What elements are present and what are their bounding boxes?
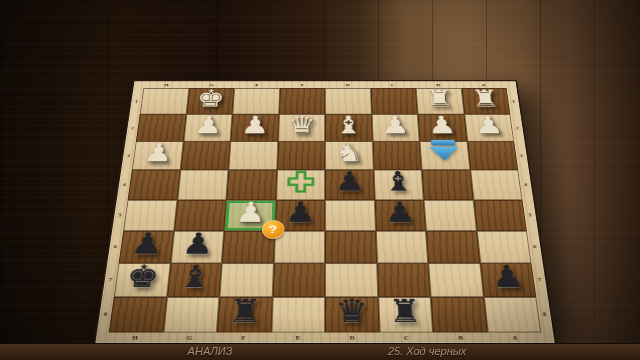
file-label-bottom-c: C	[379, 333, 434, 344]
white-pawn-g2[interactable]: ♟	[183, 112, 232, 139]
square-e3[interactable]	[277, 142, 325, 170]
square-e8[interactable]	[271, 297, 325, 333]
white-rook-a1[interactable]: ♜	[461, 86, 510, 112]
frame-corner	[541, 333, 555, 344]
square-h1[interactable]	[140, 88, 189, 114]
square-g7[interactable]: ♝	[167, 263, 222, 297]
black-pawn-h6[interactable]: ♟	[119, 228, 174, 260]
square-b6[interactable]	[426, 231, 480, 263]
black-rook-f8[interactable]: ♜	[217, 294, 272, 329]
black-pawn-d4[interactable]: ♟	[325, 167, 374, 197]
square-a5[interactable]	[473, 200, 527, 231]
square-a4[interactable]	[470, 170, 523, 200]
white-bishop-d2[interactable]: ♝	[325, 112, 372, 139]
square-h7[interactable]: ♚	[114, 263, 170, 297]
square-g2[interactable]: ♟	[183, 114, 232, 141]
file-label-top-e: E	[280, 81, 325, 88]
white-queen-e2[interactable]: ♛	[278, 112, 325, 139]
move-status-label: 25. Ход черных	[388, 345, 466, 357]
black-pawn-g6[interactable]: ♟	[171, 228, 225, 260]
black-rook-c8[interactable]: ♜	[378, 294, 433, 329]
status-bar: АНАЛИЗ 25. Ход черных	[0, 343, 640, 360]
black-queen-d8[interactable]: ♛	[325, 294, 379, 329]
black-pawn-a7[interactable]: ♟	[479, 260, 535, 294]
white-pawn-b2[interactable]: ♟	[417, 112, 466, 139]
square-b7[interactable]	[428, 263, 483, 297]
hint-question-badge[interactable]: ?	[261, 220, 284, 238]
white-king-g1[interactable]: ♚	[186, 86, 234, 112]
square-d8[interactable]: ♛	[325, 297, 379, 333]
square-g4[interactable]	[177, 170, 228, 200]
black-king-h7[interactable]: ♚	[114, 260, 170, 294]
file-label-top-d: D	[325, 81, 370, 88]
file-label-top-f: F	[234, 81, 280, 88]
chess-board: HGFEDCBA1♚♜♜12♟♟♛♝♟♟♟23♟♞34♟♝45♟?♟♟56♟♟6…	[93, 80, 557, 345]
square-e7[interactable]	[272, 263, 325, 297]
white-pawn-h3[interactable]: ♟	[132, 139, 183, 167]
square-c8[interactable]: ♜	[378, 297, 433, 333]
white-pawn-c2[interactable]: ♟	[371, 112, 419, 139]
file-label-bottom-b: B	[433, 333, 488, 344]
file-label-bottom-e: E	[271, 333, 325, 344]
square-a2[interactable]: ♟	[464, 114, 514, 141]
file-label-top-h: H	[143, 81, 189, 88]
square-a8[interactable]	[483, 297, 541, 333]
file-label-bottom-h: H	[107, 333, 163, 344]
square-c5[interactable]: ♟	[374, 200, 426, 231]
square-d5[interactable]	[325, 200, 375, 231]
white-pawn-f2[interactable]: ♟	[231, 112, 279, 139]
file-label-top-c: C	[370, 81, 416, 88]
square-b8[interactable]	[431, 297, 488, 333]
square-c6[interactable]	[375, 231, 428, 263]
square-f3[interactable]	[228, 142, 277, 170]
file-label-bottom-d: D	[325, 333, 379, 344]
square-b4[interactable]	[422, 170, 473, 200]
square-b2[interactable]: ♟	[418, 114, 467, 141]
white-knight-d3[interactable]: ♞	[325, 139, 373, 167]
square-d4[interactable]: ♟	[325, 170, 374, 200]
square-f8[interactable]: ♜	[217, 297, 272, 333]
square-c2[interactable]: ♟	[371, 114, 419, 141]
square-h4[interactable]	[128, 170, 181, 200]
move-hint-cross-icon	[283, 169, 318, 198]
file-label-bottom-a: A	[487, 333, 543, 344]
square-d6[interactable]	[325, 231, 377, 263]
blue-down-arrow-icon	[426, 137, 464, 167]
square-g8[interactable]	[163, 297, 220, 333]
square-f2[interactable]: ♟	[230, 114, 278, 141]
black-bishop-g7[interactable]: ♝	[167, 260, 222, 294]
square-g3[interactable]	[180, 142, 230, 170]
white-pawn-a2[interactable]: ♟	[464, 112, 514, 139]
square-b5[interactable]	[424, 200, 477, 231]
square-f5[interactable]: ♟?	[224, 200, 276, 231]
black-pawn-c5[interactable]: ♟	[374, 197, 425, 228]
board-grid: HGFEDCBA1♚♜♜12♟♟♛♝♟♟♟23♟♞34♟♝45♟?♟♟56♟♟6…	[93, 80, 557, 345]
file-label-bottom-f: F	[216, 333, 271, 344]
square-b3[interactable]	[420, 142, 470, 170]
frame-corner	[506, 81, 517, 88]
analysis-mode-label: АНАЛИЗ	[162, 345, 258, 357]
black-bishop-c4[interactable]: ♝	[373, 167, 423, 197]
white-rook-b1[interactable]: ♜	[416, 86, 464, 112]
square-a3[interactable]	[467, 142, 518, 170]
square-h8[interactable]	[109, 297, 167, 333]
file-label-bottom-g: G	[162, 333, 217, 344]
square-a7[interactable]: ♟	[480, 263, 536, 297]
square-h3[interactable]: ♟	[132, 142, 183, 170]
square-e2[interactable]: ♛	[278, 114, 325, 141]
